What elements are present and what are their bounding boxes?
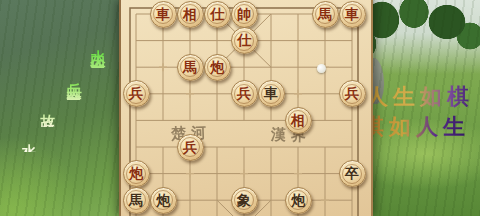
piece-red-炮[interactable]: 炮 xyxy=(204,54,231,81)
piece-black-炮[interactable]: 炮 xyxy=(150,187,177,214)
piece-black-車[interactable]: 車 xyxy=(258,80,285,107)
piece-red-相[interactable]: 相 xyxy=(177,1,204,28)
xiangqi-game-scene: 水因地而制流 兵因敵而制勝 故兵無常勢 水無常形 人生如棋 棋如人生 楚河 漢界… xyxy=(0,0,480,216)
piece-black-馬[interactable]: 馬 xyxy=(123,187,150,214)
left-quote-column-2: 兵因敵而制勝 xyxy=(65,70,82,100)
move-hint-dot[interactable] xyxy=(317,64,326,73)
piece-red-仕[interactable]: 仕 xyxy=(231,27,258,54)
piece-red-炮[interactable]: 炮 xyxy=(123,160,150,187)
piece-black-卒[interactable]: 卒 xyxy=(339,160,366,187)
piece-red-仕[interactable]: 仕 xyxy=(204,1,231,28)
piece-black-炮[interactable]: 炮 xyxy=(285,187,312,214)
piece-black-象[interactable]: 象 xyxy=(231,187,258,214)
left-quote-column-4: 水無常形 xyxy=(20,132,37,152)
xiangqi-board[interactable]: 楚河 漢界 車相仕帥馬車仕馬炮兵兵車兵相兵炮卒馬炮象炮 xyxy=(119,0,373,216)
piece-red-帥[interactable]: 帥 xyxy=(231,1,258,28)
piece-red-兵[interactable]: 兵 xyxy=(123,80,150,107)
right-quote-line-1: 人生如棋 xyxy=(366,82,474,112)
background-left-mountain xyxy=(0,0,132,216)
piece-red-車[interactable]: 車 xyxy=(150,1,177,28)
piece-red-馬[interactable]: 馬 xyxy=(312,1,339,28)
piece-red-車[interactable]: 車 xyxy=(339,1,366,28)
piece-red-兵[interactable]: 兵 xyxy=(339,80,366,107)
piece-red-馬[interactable]: 馬 xyxy=(177,54,204,81)
piece-red-相[interactable]: 相 xyxy=(285,107,312,134)
piece-red-兵[interactable]: 兵 xyxy=(231,80,258,107)
left-quote-column-1: 水因地而制流 xyxy=(89,38,106,68)
left-quote-column-3: 故兵無常勢 xyxy=(39,102,56,127)
piece-red-兵[interactable]: 兵 xyxy=(177,134,204,161)
right-quote-line-2: 棋如人生 xyxy=(362,112,470,142)
